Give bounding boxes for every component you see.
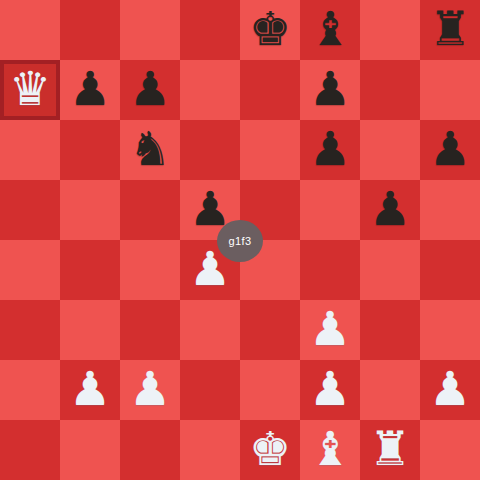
square-g3[interactable] <box>360 300 420 360</box>
piece-black-rook[interactable]: ♜ <box>429 0 471 59</box>
square-c4[interactable] <box>120 240 180 300</box>
square-b8[interactable] <box>60 0 120 60</box>
piece-white-rook[interactable]: ♜ <box>369 419 411 479</box>
chess-board-wrapper: ♚♝♜♛♟♟♟♞♟♟♟♟♟♟♟♟♟♟♚♝♜ g1f3 <box>0 0 480 480</box>
piece-white-pawn[interactable]: ♟ <box>129 359 171 419</box>
square-f4[interactable] <box>300 240 360 300</box>
square-b3[interactable] <box>60 300 120 360</box>
piece-black-bishop[interactable]: ♝ <box>309 0 351 59</box>
square-h2[interactable]: ♟ <box>420 360 480 420</box>
square-c3[interactable] <box>120 300 180 360</box>
square-g5[interactable]: ♟ <box>360 180 420 240</box>
square-f3[interactable]: ♟ <box>300 300 360 360</box>
square-a3[interactable] <box>0 300 60 360</box>
piece-white-king[interactable]: ♚ <box>249 419 291 479</box>
square-f2[interactable]: ♟ <box>300 360 360 420</box>
square-h5[interactable] <box>420 180 480 240</box>
piece-white-pawn[interactable]: ♟ <box>69 359 111 419</box>
square-d1[interactable] <box>180 420 240 480</box>
piece-black-pawn[interactable]: ♟ <box>309 119 351 179</box>
square-a4[interactable] <box>0 240 60 300</box>
square-a7[interactable]: ♛ <box>0 60 60 120</box>
piece-black-pawn[interactable]: ♟ <box>309 59 351 119</box>
square-h1[interactable] <box>420 420 480 480</box>
square-b7[interactable]: ♟ <box>60 60 120 120</box>
piece-black-pawn[interactable]: ♟ <box>69 59 111 119</box>
piece-black-knight[interactable]: ♞ <box>129 119 171 179</box>
square-d7[interactable] <box>180 60 240 120</box>
piece-black-pawn[interactable]: ♟ <box>429 119 471 179</box>
piece-white-pawn[interactable]: ♟ <box>309 299 351 359</box>
move-annotation-bubble: g1f3 <box>217 220 263 262</box>
square-g8[interactable] <box>360 0 420 60</box>
square-b1[interactable] <box>60 420 120 480</box>
square-e2[interactable] <box>240 360 300 420</box>
square-e1[interactable]: ♚ <box>240 420 300 480</box>
square-f6[interactable]: ♟ <box>300 120 360 180</box>
square-c1[interactable] <box>120 420 180 480</box>
square-g7[interactable] <box>360 60 420 120</box>
piece-white-pawn[interactable]: ♟ <box>309 359 351 419</box>
square-a1[interactable] <box>0 420 60 480</box>
piece-white-pawn[interactable]: ♟ <box>429 359 471 419</box>
square-a8[interactable] <box>0 0 60 60</box>
square-c7[interactable]: ♟ <box>120 60 180 120</box>
square-e7[interactable] <box>240 60 300 120</box>
piece-white-bishop[interactable]: ♝ <box>309 419 351 479</box>
square-d6[interactable] <box>180 120 240 180</box>
square-c8[interactable] <box>120 0 180 60</box>
square-h8[interactable]: ♜ <box>420 0 480 60</box>
square-g1[interactable]: ♜ <box>360 420 420 480</box>
piece-black-pawn[interactable]: ♟ <box>129 59 171 119</box>
square-f5[interactable] <box>300 180 360 240</box>
square-h4[interactable] <box>420 240 480 300</box>
square-c5[interactable] <box>120 180 180 240</box>
square-a2[interactable] <box>0 360 60 420</box>
square-a6[interactable] <box>0 120 60 180</box>
square-g4[interactable] <box>360 240 420 300</box>
square-b4[interactable] <box>60 240 120 300</box>
square-c6[interactable]: ♞ <box>120 120 180 180</box>
square-e8[interactable]: ♚ <box>240 0 300 60</box>
square-b2[interactable]: ♟ <box>60 360 120 420</box>
square-e6[interactable] <box>240 120 300 180</box>
piece-black-pawn[interactable]: ♟ <box>369 179 411 239</box>
square-h7[interactable] <box>420 60 480 120</box>
square-f8[interactable]: ♝ <box>300 0 360 60</box>
square-f1[interactable]: ♝ <box>300 420 360 480</box>
square-a5[interactable] <box>0 180 60 240</box>
square-d3[interactable] <box>180 300 240 360</box>
square-g6[interactable] <box>360 120 420 180</box>
piece-black-king[interactable]: ♚ <box>249 0 291 59</box>
square-d8[interactable] <box>180 0 240 60</box>
piece-white-queen[interactable]: ♛ <box>9 59 51 119</box>
square-g2[interactable] <box>360 360 420 420</box>
square-h3[interactable] <box>420 300 480 360</box>
square-h6[interactable]: ♟ <box>420 120 480 180</box>
square-b6[interactable] <box>60 120 120 180</box>
square-b5[interactable] <box>60 180 120 240</box>
square-d2[interactable] <box>180 360 240 420</box>
square-e3[interactable] <box>240 300 300 360</box>
square-f7[interactable]: ♟ <box>300 60 360 120</box>
square-c2[interactable]: ♟ <box>120 360 180 420</box>
